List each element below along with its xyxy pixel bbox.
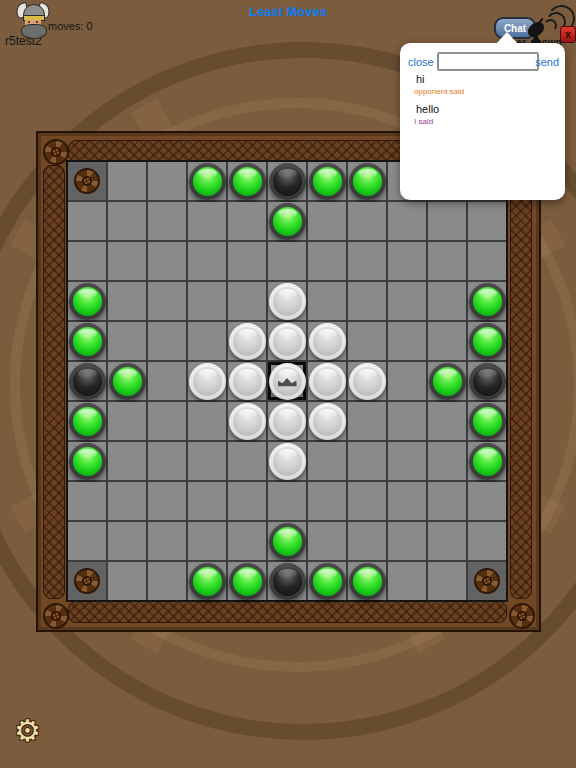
chat-close-link[interactable]: close: [408, 56, 434, 68]
board-cell[interactable]: [428, 322, 466, 360]
frame-knot-medallion: [43, 603, 69, 629]
board-cell[interactable]: [308, 482, 346, 520]
piece-highlight: [358, 169, 377, 178]
board-cell[interactable]: [108, 322, 146, 360]
defender-piece[interactable]: [228, 322, 266, 360]
avatar-eye: [36, 21, 38, 23]
avatar-beard: [21, 24, 47, 39]
defender-piece[interactable]: [228, 362, 266, 400]
attacker-piece-green[interactable]: [308, 562, 346, 600]
board-cell[interactable]: [428, 482, 466, 520]
piece-highlight: [278, 289, 297, 298]
board-cell[interactable]: [428, 402, 466, 440]
board-cell[interactable]: [428, 242, 466, 280]
chat-message-text: hello: [416, 103, 439, 115]
board-cell[interactable]: [188, 162, 226, 200]
board-cell[interactable]: [108, 522, 146, 560]
attacker-piece-green[interactable]: [468, 282, 506, 320]
moves-counter: moves: 0: [48, 20, 93, 32]
board-cell[interactable]: [388, 242, 426, 280]
piece-highlight: [198, 369, 217, 378]
piece-highlight: [198, 569, 217, 578]
piece-highlight: [358, 569, 377, 578]
corner-knot-icon: [74, 568, 100, 594]
board-cell[interactable]: [108, 162, 146, 200]
attacker-piece-green[interactable]: [228, 162, 266, 200]
attacker-piece-green[interactable]: [228, 562, 266, 600]
defender-piece[interactable]: [268, 282, 306, 320]
board-cell[interactable]: [468, 562, 506, 600]
board-cell[interactable]: [348, 322, 386, 360]
board-cell[interactable]: [188, 402, 226, 440]
board-cell[interactable]: [228, 562, 266, 600]
piece-highlight: [478, 289, 497, 298]
board-cell[interactable]: [308, 522, 346, 560]
board-cell[interactable]: [348, 202, 386, 240]
close-window-button[interactable]: x: [560, 26, 576, 43]
board-cell[interactable]: [268, 442, 306, 480]
piece-highlight: [238, 569, 257, 578]
board-cell[interactable]: [428, 562, 466, 600]
board-cell[interactable]: [228, 162, 266, 200]
board-cell[interactable]: [468, 282, 506, 320]
attacker-piece-green[interactable]: [348, 162, 386, 200]
board-cell[interactable]: [468, 202, 506, 240]
board-cell[interactable]: [188, 482, 226, 520]
board-cell[interactable]: [148, 442, 186, 480]
board-cell[interactable]: [468, 522, 506, 560]
knotwork-band: [43, 165, 65, 599]
attacker-piece-black[interactable]: [268, 162, 306, 200]
attacker-piece-green[interactable]: [68, 442, 106, 480]
board-cell[interactable]: [468, 482, 506, 520]
board-cell[interactable]: [348, 402, 386, 440]
board-cell[interactable]: [348, 282, 386, 320]
piece-highlight: [318, 369, 337, 378]
board-cell[interactable]: [388, 362, 426, 400]
board-cell[interactable]: [348, 482, 386, 520]
king-piece[interactable]: [268, 362, 306, 400]
board-cell[interactable]: [268, 362, 306, 400]
piece-highlight: [318, 409, 337, 418]
board-cell[interactable]: [68, 322, 106, 360]
piece-highlight: [278, 569, 297, 578]
attacker-piece-green[interactable]: [268, 522, 306, 560]
piece-highlight: [278, 169, 297, 178]
board-cell[interactable]: [308, 282, 346, 320]
board-cell[interactable]: [468, 362, 506, 400]
board-cell[interactable]: [188, 322, 226, 360]
piece-highlight: [78, 369, 97, 378]
board-cell[interactable]: [268, 482, 306, 520]
board-cell[interactable]: [388, 402, 426, 440]
board-cell[interactable]: [428, 362, 466, 400]
board-cell[interactable]: [188, 562, 226, 600]
board-cell[interactable]: [68, 362, 106, 400]
board-cell[interactable]: [108, 362, 146, 400]
board-cell[interactable]: [148, 402, 186, 440]
defender-piece[interactable]: [268, 402, 306, 440]
piece-highlight: [78, 329, 97, 338]
board-cell[interactable]: [108, 202, 146, 240]
piece-highlight: [278, 409, 297, 418]
board-cell[interactable]: [108, 482, 146, 520]
board-cell[interactable]: [108, 242, 146, 280]
board-cell[interactable]: [108, 562, 146, 600]
board-cell[interactable]: [228, 442, 266, 480]
board-cell[interactable]: [348, 522, 386, 560]
board-cell[interactable]: [148, 162, 186, 200]
board-cell[interactable]: [68, 202, 106, 240]
board-cell[interactable]: [308, 402, 346, 440]
chat-message-attribution: opponent said: [414, 87, 464, 96]
piece-highlight: [318, 169, 337, 178]
board-cell[interactable]: [68, 442, 106, 480]
board-cell[interactable]: [148, 522, 186, 560]
attacker-piece-green[interactable]: [468, 322, 506, 360]
board-cell[interactable]: [468, 242, 506, 280]
board-cell[interactable]: [148, 322, 186, 360]
board-cell[interactable]: [388, 282, 426, 320]
attacker-piece-green[interactable]: [468, 402, 506, 440]
board-cell[interactable]: [68, 282, 106, 320]
board-cell[interactable]: [308, 242, 346, 280]
board-cell[interactable]: [188, 202, 226, 240]
piece-highlight: [438, 369, 457, 378]
page-title: Least Moves: [0, 4, 576, 19]
piece-highlight: [478, 409, 497, 418]
piece-highlight: [478, 329, 497, 338]
board-cell[interactable]: [428, 522, 466, 560]
board-cell[interactable]: [268, 562, 306, 600]
settings-gear-icon[interactable]: ⚙: [14, 716, 41, 746]
defender-piece[interactable]: [268, 322, 306, 360]
knotwork-band: [68, 601, 507, 623]
board-cell[interactable]: [108, 282, 146, 320]
board-cell[interactable]: [468, 322, 506, 360]
board-cell[interactable]: [228, 402, 266, 440]
app-screen: moves: 0 r5test2 Least Moves as shown Ch…: [0, 0, 576, 768]
board-cell[interactable]: [228, 242, 266, 280]
board-cell[interactable]: [108, 442, 146, 480]
board-cell[interactable]: [308, 162, 346, 200]
board-cell[interactable]: [268, 242, 306, 280]
attacker-piece-black[interactable]: [268, 562, 306, 600]
board-cell[interactable]: [228, 202, 266, 240]
player-avatar[interactable]: [15, 2, 51, 38]
piece-highlight: [78, 289, 97, 298]
attacker-piece-black[interactable]: [68, 362, 106, 400]
attacker-piece-black[interactable]: [468, 362, 506, 400]
board-cell[interactable]: [228, 322, 266, 360]
board-cell[interactable]: [188, 242, 226, 280]
attacker-piece-green[interactable]: [348, 562, 386, 600]
attacker-piece-green[interactable]: [468, 442, 506, 480]
board-cell[interactable]: [68, 482, 106, 520]
board-cell[interactable]: [68, 162, 106, 200]
board-cell[interactable]: [228, 282, 266, 320]
board-cell[interactable]: [388, 202, 426, 240]
board-cell[interactable]: [348, 362, 386, 400]
chat-send-link[interactable]: send: [535, 56, 559, 68]
board-cell[interactable]: [388, 322, 426, 360]
piece-highlight: [238, 329, 257, 338]
piece-highlight: [278, 209, 297, 218]
avatar-eye: [28, 21, 30, 23]
board-cell[interactable]: [228, 362, 266, 400]
corner-knot-icon: [474, 568, 500, 594]
defender-piece[interactable]: [188, 362, 226, 400]
board-cell[interactable]: [348, 562, 386, 600]
piece-highlight: [278, 329, 297, 338]
board-cell[interactable]: [388, 442, 426, 480]
piece-highlight: [278, 529, 297, 538]
board-cell[interactable]: [188, 282, 226, 320]
defender-piece[interactable]: [308, 362, 346, 400]
attacker-piece-green[interactable]: [188, 562, 226, 600]
board-cell[interactable]: [348, 242, 386, 280]
piece-highlight: [198, 169, 217, 178]
piece-highlight: [78, 409, 97, 418]
game-board: [66, 160, 508, 602]
attacker-piece-green[interactable]: [268, 202, 306, 240]
attacker-piece-green[interactable]: [68, 402, 106, 440]
board-cell[interactable]: [268, 402, 306, 440]
board-cell[interactable]: [268, 322, 306, 360]
board-cell[interactable]: [308, 362, 346, 400]
frame-knot-medallion: [509, 603, 535, 629]
chat-message-attribution: I said: [414, 117, 433, 126]
board-cell[interactable]: [308, 322, 346, 360]
piece-highlight: [238, 169, 257, 178]
attacker-piece-green[interactable]: [308, 162, 346, 200]
board-cell[interactable]: [68, 402, 106, 440]
defender-piece[interactable]: [308, 402, 346, 440]
board-cell[interactable]: [268, 162, 306, 200]
board-cell[interactable]: [148, 202, 186, 240]
board-cell[interactable]: [228, 522, 266, 560]
piece-highlight: [478, 369, 497, 378]
board-cell[interactable]: [388, 562, 426, 600]
defender-piece[interactable]: [268, 442, 306, 480]
attacker-piece-green[interactable]: [188, 162, 226, 200]
board-cell[interactable]: [68, 242, 106, 280]
board-cell[interactable]: [428, 202, 466, 240]
board-cell[interactable]: [188, 362, 226, 400]
board-cell[interactable]: [348, 442, 386, 480]
chat-input[interactable]: [437, 52, 539, 71]
attacker-piece-green[interactable]: [68, 282, 106, 320]
board-cell[interactable]: [268, 282, 306, 320]
board-cell[interactable]: [148, 362, 186, 400]
board-cell[interactable]: [308, 202, 346, 240]
board-cell[interactable]: [268, 202, 306, 240]
corner-knot-icon: [74, 168, 100, 194]
knotwork-band: [510, 165, 532, 599]
board-cell[interactable]: [148, 562, 186, 600]
board-cell[interactable]: [188, 522, 226, 560]
piece-highlight: [238, 369, 257, 378]
piece-highlight: [238, 409, 257, 418]
attacker-piece-green[interactable]: [68, 322, 106, 360]
piece-highlight: [318, 569, 337, 578]
board-cell[interactable]: [428, 442, 466, 480]
board-cell[interactable]: [388, 522, 426, 560]
board-cell[interactable]: [308, 562, 346, 600]
chat-message-text: hi: [416, 73, 425, 85]
board-cell[interactable]: [348, 162, 386, 200]
board-cell[interactable]: [308, 442, 346, 480]
board-cell[interactable]: [468, 442, 506, 480]
piece-highlight: [78, 449, 97, 458]
attacker-piece-green[interactable]: [108, 362, 146, 400]
chat-popup: close send hi opponent said hello I said: [400, 43, 565, 200]
board-cell[interactable]: [188, 442, 226, 480]
board-cell[interactable]: [268, 522, 306, 560]
defender-piece[interactable]: [348, 362, 386, 400]
piece-highlight: [278, 449, 297, 458]
defender-piece[interactable]: [308, 322, 346, 360]
board-cell[interactable]: [108, 402, 146, 440]
board-cell[interactable]: [388, 482, 426, 520]
board-cell[interactable]: [428, 282, 466, 320]
defender-piece[interactable]: [228, 402, 266, 440]
piece-highlight: [118, 369, 137, 378]
attacker-piece-green[interactable]: [428, 362, 466, 400]
piece-highlight: [358, 369, 377, 378]
piece-highlight: [278, 369, 297, 378]
board-cell[interactable]: [468, 402, 506, 440]
board-cell[interactable]: [68, 562, 106, 600]
board-cell[interactable]: [148, 242, 186, 280]
piece-highlight: [478, 449, 497, 458]
board-cell[interactable]: [148, 482, 186, 520]
board-cell[interactable]: [148, 282, 186, 320]
board-cell[interactable]: [228, 482, 266, 520]
board-cell[interactable]: [68, 522, 106, 560]
popup-tail: [496, 32, 518, 44]
piece-highlight: [318, 329, 337, 338]
